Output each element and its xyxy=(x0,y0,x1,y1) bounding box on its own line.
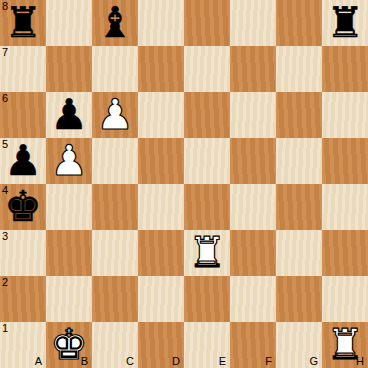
square-h8[interactable]: ♜ xyxy=(322,0,368,46)
square-g2[interactable] xyxy=(276,276,322,322)
square-b4[interactable] xyxy=(46,184,92,230)
square-b8[interactable] xyxy=(46,0,92,46)
square-a4[interactable]: 4♚ xyxy=(0,184,46,230)
square-f3[interactable] xyxy=(230,230,276,276)
white-rook[interactable]: ♜ xyxy=(188,232,226,274)
chess-board-container: 8♜♝♜76♟♟5♟♟4♚3♜21AB♚CDEFGH♜ xyxy=(0,0,368,368)
square-g1[interactable]: G xyxy=(276,322,322,368)
square-c3[interactable] xyxy=(92,230,138,276)
square-c5[interactable] xyxy=(92,138,138,184)
black-rook[interactable]: ♜ xyxy=(4,2,42,44)
square-e2[interactable] xyxy=(184,276,230,322)
white-pawn[interactable]: ♟ xyxy=(96,94,134,136)
white-pawn[interactable]: ♟ xyxy=(50,140,88,182)
square-g4[interactable] xyxy=(276,184,322,230)
square-h7[interactable] xyxy=(322,46,368,92)
square-f6[interactable] xyxy=(230,92,276,138)
square-f4[interactable] xyxy=(230,184,276,230)
square-e8[interactable] xyxy=(184,0,230,46)
square-f2[interactable] xyxy=(230,276,276,322)
black-king[interactable]: ♚ xyxy=(4,186,42,228)
square-e1[interactable]: E xyxy=(184,322,230,368)
square-c1[interactable]: C xyxy=(92,322,138,368)
square-e3[interactable]: ♜ xyxy=(184,230,230,276)
square-c8[interactable]: ♝ xyxy=(92,0,138,46)
square-a8[interactable]: 8♜ xyxy=(0,0,46,46)
file-label-d: D xyxy=(172,355,180,368)
file-label-g: G xyxy=(309,355,318,368)
black-pawn[interactable]: ♟ xyxy=(50,94,88,136)
white-king[interactable]: ♚ xyxy=(50,324,88,366)
rank-label-2: 2 xyxy=(2,276,8,289)
square-g5[interactable] xyxy=(276,138,322,184)
square-f8[interactable] xyxy=(230,0,276,46)
square-h3[interactable] xyxy=(322,230,368,276)
square-d7[interactable] xyxy=(138,46,184,92)
square-h2[interactable] xyxy=(322,276,368,322)
black-rook[interactable]: ♜ xyxy=(326,2,364,44)
square-e5[interactable] xyxy=(184,138,230,184)
square-b2[interactable] xyxy=(46,276,92,322)
square-a6[interactable]: 6 xyxy=(0,92,46,138)
square-a5[interactable]: 5♟ xyxy=(0,138,46,184)
square-d2[interactable] xyxy=(138,276,184,322)
black-bishop[interactable]: ♝ xyxy=(96,2,134,44)
square-h6[interactable] xyxy=(322,92,368,138)
file-label-e: E xyxy=(219,355,226,368)
square-c6[interactable]: ♟ xyxy=(92,92,138,138)
square-g7[interactable] xyxy=(276,46,322,92)
square-b3[interactable] xyxy=(46,230,92,276)
square-a2[interactable]: 2 xyxy=(0,276,46,322)
file-label-a: A xyxy=(35,355,42,368)
square-c7[interactable] xyxy=(92,46,138,92)
chess-board: 8♜♝♜76♟♟5♟♟4♚3♜21AB♚CDEFGH♜ xyxy=(0,0,368,368)
square-a1[interactable]: 1A xyxy=(0,322,46,368)
square-d5[interactable] xyxy=(138,138,184,184)
square-g6[interactable] xyxy=(276,92,322,138)
file-label-f: F xyxy=(265,355,272,368)
square-h1[interactable]: H♜ xyxy=(322,322,368,368)
square-b7[interactable] xyxy=(46,46,92,92)
square-h4[interactable] xyxy=(322,184,368,230)
square-d3[interactable] xyxy=(138,230,184,276)
square-b6[interactable]: ♟ xyxy=(46,92,92,138)
square-g8[interactable] xyxy=(276,0,322,46)
square-e4[interactable] xyxy=(184,184,230,230)
square-d4[interactable] xyxy=(138,184,184,230)
square-c4[interactable] xyxy=(92,184,138,230)
square-b1[interactable]: B♚ xyxy=(46,322,92,368)
square-e6[interactable] xyxy=(184,92,230,138)
square-a3[interactable]: 3 xyxy=(0,230,46,276)
square-b5[interactable]: ♟ xyxy=(46,138,92,184)
black-pawn[interactable]: ♟ xyxy=(4,140,42,182)
square-f1[interactable]: F xyxy=(230,322,276,368)
rank-label-6: 6 xyxy=(2,92,8,105)
square-h5[interactable] xyxy=(322,138,368,184)
square-d1[interactable]: D xyxy=(138,322,184,368)
square-c2[interactable] xyxy=(92,276,138,322)
file-label-c: C xyxy=(126,355,134,368)
square-d8[interactable] xyxy=(138,0,184,46)
white-rook[interactable]: ♜ xyxy=(326,324,364,366)
rank-label-3: 3 xyxy=(2,230,8,243)
rank-label-1: 1 xyxy=(2,322,8,335)
square-g3[interactable] xyxy=(276,230,322,276)
rank-label-7: 7 xyxy=(2,46,8,59)
square-f7[interactable] xyxy=(230,46,276,92)
square-d6[interactable] xyxy=(138,92,184,138)
square-f5[interactable] xyxy=(230,138,276,184)
square-e7[interactable] xyxy=(184,46,230,92)
square-a7[interactable]: 7 xyxy=(0,46,46,92)
